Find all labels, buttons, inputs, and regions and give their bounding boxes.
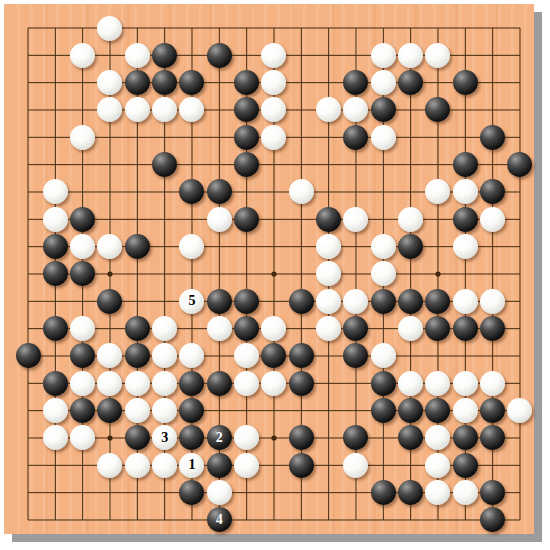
white-stone: [453, 398, 478, 423]
move-number-label: 3: [161, 431, 168, 445]
black-stone: [480, 125, 505, 150]
black-stone: [371, 398, 396, 423]
black-stone: [371, 480, 396, 505]
black-stone: [398, 289, 423, 314]
black-stone: [125, 234, 150, 259]
black-stone: [43, 316, 68, 341]
black-stone: [207, 289, 232, 314]
white-stone: [207, 480, 232, 505]
black-stone: [43, 234, 68, 259]
star-point: [435, 271, 440, 276]
black-stone: [453, 316, 478, 341]
white-stone: [125, 43, 150, 68]
white-stone: [316, 289, 341, 314]
white-stone: [43, 207, 68, 232]
white-stone: [398, 43, 423, 68]
white-stone: [97, 16, 122, 41]
white-stone: [152, 453, 177, 478]
white-stone: [207, 316, 232, 341]
black-stone: [371, 289, 396, 314]
star-point: [271, 271, 276, 276]
white-stone: [125, 371, 150, 396]
black-stone: [152, 43, 177, 68]
black-stone: [16, 343, 41, 368]
white-stone: [453, 371, 478, 396]
black-stone: [453, 453, 478, 478]
white-stone: [152, 371, 177, 396]
black-stone: [289, 371, 314, 396]
go-board: 53214: [4, 4, 534, 534]
star-point: [271, 435, 276, 440]
white-stone: [480, 289, 505, 314]
white-stone: [70, 371, 95, 396]
black-stone: [234, 125, 259, 150]
black-stone: [234, 289, 259, 314]
black-stone: [316, 207, 341, 232]
white-stone: [70, 125, 95, 150]
white-stone: [398, 371, 423, 396]
black-stone: [70, 207, 95, 232]
white-stone: [70, 43, 95, 68]
black-stone: [289, 453, 314, 478]
black-stone: [289, 289, 314, 314]
white-stone: [371, 43, 396, 68]
black-stone: [207, 43, 232, 68]
white-stone: [480, 207, 505, 232]
move-number-label: 2: [216, 431, 223, 445]
white-stone: [453, 234, 478, 259]
star-point: [107, 435, 112, 440]
white-stone: [125, 398, 150, 423]
star-point: [107, 271, 112, 276]
black-stone: [453, 70, 478, 95]
black-stone: [371, 371, 396, 396]
white-stone: [398, 207, 423, 232]
black-stone: [453, 152, 478, 177]
white-stone: [371, 234, 396, 259]
white-stone: [480, 371, 505, 396]
black-stone: [207, 453, 232, 478]
black-stone: [453, 207, 478, 232]
white-stone: [207, 207, 232, 232]
white-stone: [125, 453, 150, 478]
white-stone: [371, 70, 396, 95]
move-number-label: 1: [188, 458, 195, 472]
black-stone: [207, 371, 232, 396]
black-stone: [125, 316, 150, 341]
white-stone: [371, 125, 396, 150]
white-stone: [234, 453, 259, 478]
move-number-label: 4: [216, 513, 223, 527]
black-stone: [43, 371, 68, 396]
white-stone: [234, 371, 259, 396]
white-stone: [453, 289, 478, 314]
black-stone: [234, 207, 259, 232]
white-stone: [453, 480, 478, 505]
move-number-label: 5: [188, 294, 195, 308]
white-stone: [43, 398, 68, 423]
black-stone: [125, 70, 150, 95]
